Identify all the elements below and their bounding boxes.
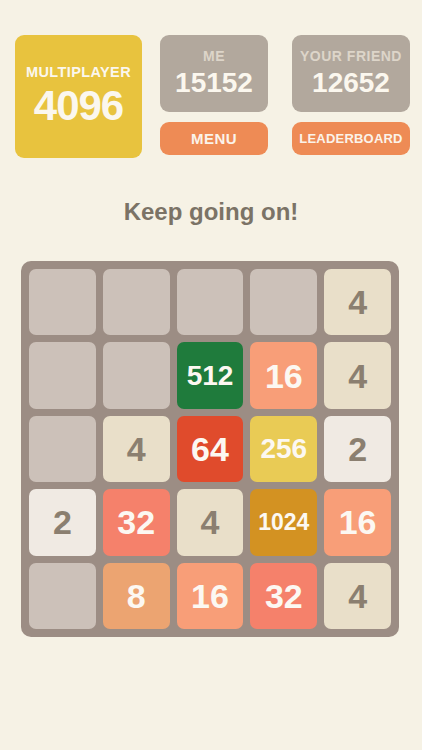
tile-64: 64 xyxy=(177,416,244,482)
tile-4: 4 xyxy=(324,269,391,335)
tile-8: 8 xyxy=(103,563,170,629)
cell-empty xyxy=(29,563,96,629)
app-screen: MULTIPLAYER 4096 ME 15152 YOUR FRIEND 12… xyxy=(0,0,422,750)
friend-score-value: 12652 xyxy=(312,67,390,99)
board-grid[interactable]: 451216446425622324102416816324 xyxy=(21,261,399,637)
logo-subtitle: MULTIPLAYER xyxy=(26,64,131,80)
tile-16: 16 xyxy=(177,563,244,629)
logo-title: 4096 xyxy=(34,82,123,130)
tile-2: 2 xyxy=(29,489,96,555)
cell-empty xyxy=(177,269,244,335)
tile-1024: 1024 xyxy=(250,489,317,555)
status-message: Keep going on! xyxy=(0,198,422,226)
cell-empty xyxy=(29,269,96,335)
tile-4: 4 xyxy=(177,489,244,555)
tile-16: 16 xyxy=(324,489,391,555)
cell-empty xyxy=(29,342,96,408)
cell-empty xyxy=(250,269,317,335)
tile-256: 256 xyxy=(250,416,317,482)
tile-4: 4 xyxy=(324,342,391,408)
tile-32: 32 xyxy=(103,489,170,555)
leaderboard-button[interactable]: LEADERBOARD xyxy=(292,122,410,155)
tile-32: 32 xyxy=(250,563,317,629)
tile-16: 16 xyxy=(250,342,317,408)
tile-512: 512 xyxy=(177,342,244,408)
my-score-value: 15152 xyxy=(175,67,253,99)
game-logo-tile: MULTIPLAYER 4096 xyxy=(15,35,142,158)
cell-empty xyxy=(29,416,96,482)
tile-4: 4 xyxy=(324,563,391,629)
cell-empty xyxy=(103,342,170,408)
my-score-box: ME 15152 xyxy=(160,35,268,112)
cell-empty xyxy=(103,269,170,335)
my-score-label: ME xyxy=(203,48,225,64)
tile-4: 4 xyxy=(103,416,170,482)
tile-2: 2 xyxy=(324,416,391,482)
menu-button[interactable]: MENU xyxy=(160,122,268,155)
friend-score-box: YOUR FRIEND 12652 xyxy=(292,35,410,112)
friend-score-label: YOUR FRIEND xyxy=(300,48,402,64)
